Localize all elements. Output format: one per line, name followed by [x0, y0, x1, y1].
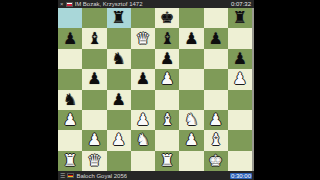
- square-h6[interactable]: ♟: [228, 49, 252, 69]
- piece-black-rook: ♜: [233, 10, 247, 26]
- square-g7[interactable]: ♟: [204, 28, 228, 48]
- square-b7[interactable]: ♝: [82, 28, 106, 48]
- piece-white-knight: ♞: [136, 132, 150, 148]
- square-d1[interactable]: [131, 151, 155, 171]
- square-b3[interactable]: [82, 110, 106, 130]
- square-c3[interactable]: [107, 110, 131, 130]
- square-a1[interactable]: ♜: [58, 151, 82, 171]
- square-d2[interactable]: ♞: [131, 130, 155, 150]
- square-f2[interactable]: ♟: [179, 130, 203, 150]
- germany-flag-icon: [67, 173, 74, 178]
- square-b2[interactable]: ♟: [82, 130, 106, 150]
- app-window: × IM Bozak, Krzysztof 1472 0:07:32 ♜♚♜♟♝…: [0, 0, 320, 180]
- square-g3[interactable]: ♟: [204, 110, 228, 130]
- square-f6[interactable]: [179, 49, 203, 69]
- piece-white-queen: ♛: [136, 31, 150, 47]
- piece-white-pawn: ♟: [111, 132, 125, 148]
- square-h4[interactable]: [228, 90, 252, 110]
- square-e4[interactable]: [155, 90, 179, 110]
- square-g5[interactable]: [204, 69, 228, 89]
- piece-white-pawn: ♟: [136, 112, 150, 128]
- piece-white-pawn: ♟: [233, 71, 247, 87]
- piece-white-pawn: ♟: [87, 132, 101, 148]
- board-edge-scrollbar[interactable]: [252, 8, 254, 171]
- poland-flag-icon: [66, 2, 73, 7]
- square-e7[interactable]: ♝: [155, 28, 179, 48]
- piece-white-rook: ♜: [63, 153, 77, 169]
- square-f3[interactable]: ♞: [179, 110, 203, 130]
- square-c4[interactable]: ♟: [107, 90, 131, 110]
- piece-black-knight: ♞: [111, 51, 125, 67]
- piece-white-bishop: ♝: [160, 112, 174, 128]
- square-e6[interactable]: ♟: [155, 49, 179, 69]
- square-c5[interactable]: [107, 69, 131, 89]
- square-a3[interactable]: ♟: [58, 110, 82, 130]
- piece-black-pawn: ♟: [87, 71, 101, 87]
- square-h3[interactable]: [228, 110, 252, 130]
- square-f8[interactable]: [179, 8, 203, 28]
- piece-black-king: ♚: [160, 10, 174, 26]
- square-g1[interactable]: ♚: [204, 151, 228, 171]
- piece-white-pawn: ♟: [63, 112, 77, 128]
- square-d3[interactable]: ♟: [131, 110, 155, 130]
- square-f1[interactable]: [179, 151, 203, 171]
- piece-white-pawn: ♟: [160, 71, 174, 87]
- chess-board[interactable]: ♜♚♜♟♝♛♝♟♟♞♟♟♟♟♟♟♞♟♟♟♝♞♟♟♟♞♟♝♜♛♜♚: [58, 8, 252, 171]
- square-d5[interactable]: ♟: [131, 69, 155, 89]
- square-c2[interactable]: ♟: [107, 130, 131, 150]
- square-b5[interactable]: ♟: [82, 69, 106, 89]
- square-a4[interactable]: ♞: [58, 90, 82, 110]
- square-d4[interactable]: [131, 90, 155, 110]
- piece-white-rook: ♜: [160, 153, 174, 169]
- top-player-bar: × IM Bozak, Krzysztof 1472 0:07:32: [58, 0, 254, 8]
- piece-white-queen: ♛: [87, 153, 101, 169]
- square-f5[interactable]: [179, 69, 203, 89]
- chess-board-area: ♜♚♜♟♝♛♝♟♟♞♟♟♟♟♟♟♞♟♟♟♝♞♟♟♟♞♟♝♜♛♜♚: [58, 8, 254, 171]
- square-h2[interactable]: [228, 130, 252, 150]
- piece-black-rook: ♜: [111, 10, 125, 26]
- square-h5[interactable]: ♟: [228, 69, 252, 89]
- bottom-player-name: Baloch Goyal 2056: [76, 173, 127, 179]
- piece-black-pawn: ♟: [136, 71, 150, 87]
- piece-black-pawn: ♟: [208, 31, 222, 47]
- menu-icon[interactable]: ☰: [60, 173, 65, 179]
- square-a5[interactable]: [58, 69, 82, 89]
- square-f7[interactable]: ♟: [179, 28, 203, 48]
- piece-black-bishop: ♝: [160, 31, 174, 47]
- piece-black-pawn: ♟: [63, 31, 77, 47]
- square-b4[interactable]: [82, 90, 106, 110]
- bottom-player-bar: ☰ Baloch Goyal 2056 0:30:00: [58, 171, 254, 180]
- square-d8[interactable]: [131, 8, 155, 28]
- game-panel: × IM Bozak, Krzysztof 1472 0:07:32 ♜♚♜♟♝…: [58, 0, 254, 180]
- square-e1[interactable]: ♜: [155, 151, 179, 171]
- piece-white-knight: ♞: [184, 112, 198, 128]
- square-g6[interactable]: [204, 49, 228, 69]
- square-d6[interactable]: [131, 49, 155, 69]
- square-g8[interactable]: [204, 8, 228, 28]
- piece-black-pawn: ♟: [233, 51, 247, 67]
- square-b6[interactable]: [82, 49, 106, 69]
- square-e3[interactable]: ♝: [155, 110, 179, 130]
- piece-black-pawn: ♟: [184, 31, 198, 47]
- bottom-player-clock: 0:30:00: [230, 173, 252, 179]
- square-c1[interactable]: [107, 151, 131, 171]
- top-player-clock: 0:07:32: [230, 1, 252, 7]
- piece-white-king: ♚: [208, 153, 222, 169]
- square-b8[interactable]: [82, 8, 106, 28]
- piece-white-pawn: ♟: [184, 132, 198, 148]
- square-c8[interactable]: ♜: [107, 8, 131, 28]
- piece-black-pawn: ♟: [111, 92, 125, 108]
- square-d7[interactable]: ♛: [131, 28, 155, 48]
- square-e5[interactable]: ♟: [155, 69, 179, 89]
- piece-black-pawn: ♟: [160, 51, 174, 67]
- square-g4[interactable]: [204, 90, 228, 110]
- square-a7[interactable]: ♟: [58, 28, 82, 48]
- square-c7[interactable]: [107, 28, 131, 48]
- square-h7[interactable]: [228, 28, 252, 48]
- top-player-name: IM Bozak, Krzysztof 1472: [75, 1, 143, 7]
- square-b1[interactable]: ♛: [82, 151, 106, 171]
- square-a2[interactable]: [58, 130, 82, 150]
- square-f4[interactable]: [179, 90, 203, 110]
- piece-black-knight: ♞: [63, 92, 77, 108]
- close-icon[interactable]: ×: [60, 1, 64, 7]
- square-h8[interactable]: ♜: [228, 8, 252, 28]
- piece-white-bishop: ♝: [208, 132, 222, 148]
- square-e8[interactable]: ♚: [155, 8, 179, 28]
- square-e2[interactable]: [155, 130, 179, 150]
- square-a8[interactable]: [58, 8, 82, 28]
- piece-white-pawn: ♟: [208, 112, 222, 128]
- square-g2[interactable]: ♝: [204, 130, 228, 150]
- square-c6[interactable]: ♞: [107, 49, 131, 69]
- piece-black-bishop: ♝: [87, 31, 101, 47]
- square-a6[interactable]: [58, 49, 82, 69]
- square-h1[interactable]: [228, 151, 252, 171]
